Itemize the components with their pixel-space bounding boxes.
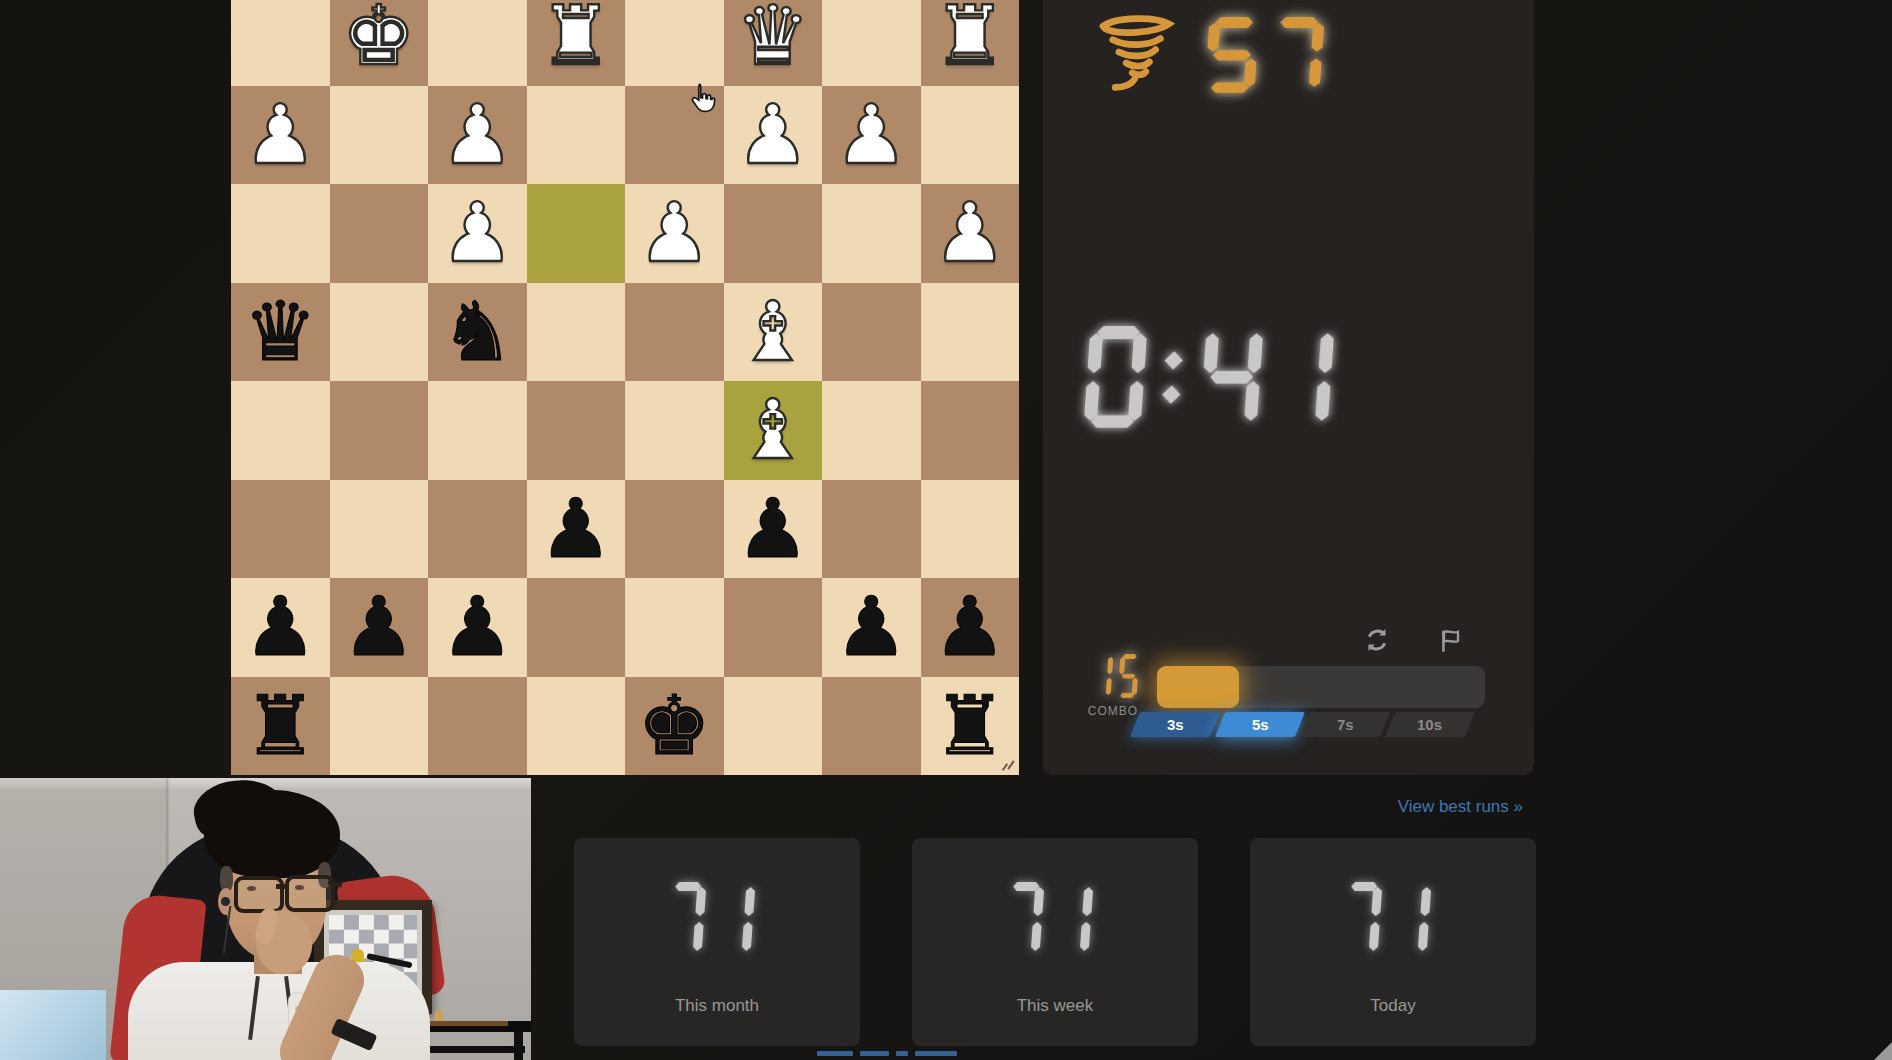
storm-sidebar: COMBO 3s5s7s10s	[1043, 0, 1534, 775]
square-f2[interactable]: ♟	[428, 86, 527, 185]
combo-label: COMBO	[1083, 704, 1143, 718]
square-h4[interactable]: ♛	[231, 283, 330, 382]
combo-progress-fill	[1157, 666, 1239, 708]
combo-progress-bar	[1157, 666, 1485, 708]
square-b8[interactable]	[822, 677, 921, 776]
board-resize-handle[interactable]	[1000, 756, 1016, 772]
square-a6[interactable]	[921, 480, 1020, 579]
stat-month-value	[665, 882, 768, 956]
square-g5[interactable]	[330, 381, 429, 480]
white-bishop-c5[interactable]: ♝	[724, 381, 823, 480]
white-pawn-h2[interactable]: ♟	[231, 86, 330, 185]
square-b2[interactable]: ♟	[822, 86, 921, 185]
square-b5[interactable]	[822, 381, 921, 480]
square-b4[interactable]	[822, 283, 921, 382]
stat-today-value	[1341, 882, 1444, 956]
combo-stage-row: 3s5s7s10s	[1135, 712, 1470, 737]
square-a4[interactable]	[921, 283, 1020, 382]
black-pawn-b7[interactable]: ♟	[822, 578, 921, 677]
white-rook-e1[interactable]: ♜	[527, 0, 626, 86]
square-g4[interactable]	[330, 283, 429, 382]
stat-month-label: This month	[574, 996, 860, 1016]
square-f8[interactable]	[428, 677, 527, 776]
stat-week-label: This week	[912, 996, 1198, 1016]
square-d6[interactable]	[625, 480, 724, 579]
square-e5[interactable]	[527, 381, 626, 480]
square-b7[interactable]: ♟	[822, 578, 921, 677]
square-d7[interactable]	[625, 578, 724, 677]
square-c7[interactable]	[724, 578, 823, 677]
square-c8[interactable]	[724, 677, 823, 776]
square-c6[interactable]: ♟	[724, 480, 823, 579]
white-king-g1[interactable]: ♚	[330, 0, 429, 86]
square-g3[interactable]	[330, 184, 429, 283]
stat-today-label: Today	[1250, 996, 1536, 1016]
black-rook-h8[interactable]: ♜	[231, 677, 330, 776]
black-queen-h4[interactable]: ♛	[231, 283, 330, 382]
square-d5[interactable]	[625, 381, 724, 480]
square-e6[interactable]: ♟	[527, 480, 626, 579]
black-knight-f4[interactable]: ♞	[428, 283, 527, 382]
screen-glow	[0, 990, 106, 1060]
white-queen-c1[interactable]: ♛	[724, 0, 823, 86]
refresh-icon[interactable]	[1363, 626, 1391, 654]
square-h6[interactable]	[231, 480, 330, 579]
white-pawn-a3[interactable]: ♟	[921, 184, 1020, 283]
puzzle-storm-page: ♚♜♛♜♟♟♟♟♟♟♟♛♞♝♝♟♟♟♟♟♟♟♜♚♜	[0, 0, 1892, 1060]
combo-stage-5s: 5s	[1215, 712, 1305, 737]
square-h5[interactable]	[231, 381, 330, 480]
square-f4[interactable]: ♞	[428, 283, 527, 382]
person-shirt	[128, 962, 430, 1060]
square-d1[interactable]	[625, 0, 724, 86]
white-pawn-d3[interactable]: ♟	[625, 184, 724, 283]
stat-box-month: This month	[574, 838, 860, 1046]
combo-stage-3s: 3s	[1130, 712, 1220, 737]
square-c4[interactable]: ♝	[724, 283, 823, 382]
white-pawn-c2[interactable]: ♟	[724, 86, 823, 185]
square-f6[interactable]	[428, 480, 527, 579]
black-pawn-f7[interactable]: ♟	[428, 578, 527, 677]
black-pawn-a7[interactable]: ♟	[921, 578, 1020, 677]
square-a3[interactable]: ♟	[921, 184, 1020, 283]
square-c2[interactable]: ♟	[724, 86, 823, 185]
square-a2[interactable]	[921, 86, 1020, 185]
square-h8[interactable]: ♜	[231, 677, 330, 776]
square-g2[interactable]	[330, 86, 429, 185]
square-h3[interactable]	[231, 184, 330, 283]
page-resize-corner[interactable]	[1874, 1042, 1892, 1060]
black-pawn-c6[interactable]: ♟	[724, 480, 823, 579]
combo-counter	[1091, 654, 1146, 698]
square-e2[interactable]	[527, 86, 626, 185]
square-c5[interactable]: ♝	[724, 381, 823, 480]
square-g7[interactable]: ♟	[330, 578, 429, 677]
flag-icon[interactable]	[1437, 626, 1465, 654]
square-e1[interactable]: ♜	[527, 0, 626, 86]
stat-box-today: Today	[1250, 838, 1536, 1046]
square-d8[interactable]: ♚	[625, 677, 724, 776]
square-f3[interactable]: ♟	[428, 184, 527, 283]
square-g1[interactable]: ♚	[330, 0, 429, 86]
white-bishop-c4[interactable]: ♝	[724, 283, 823, 382]
square-g8[interactable]	[330, 677, 429, 776]
storm-clock	[1083, 326, 1348, 428]
black-pawn-h7[interactable]: ♟	[231, 578, 330, 677]
square-e4[interactable]	[527, 283, 626, 382]
white-rook-a1[interactable]: ♜	[921, 0, 1020, 86]
mouse-cursor-hand-icon	[686, 82, 716, 116]
glasses-left-lens	[234, 876, 284, 913]
square-e7[interactable]	[527, 578, 626, 677]
webcam-feed	[0, 778, 531, 1060]
square-h7[interactable]: ♟	[231, 578, 330, 677]
square-b3[interactable]	[822, 184, 921, 283]
square-d4[interactable]	[625, 283, 724, 382]
square-c1[interactable]: ♛	[724, 0, 823, 86]
square-b6[interactable]	[822, 480, 921, 579]
square-a7[interactable]: ♟	[921, 578, 1020, 677]
square-e3[interactable]	[527, 184, 626, 283]
clipped-link-fragment[interactable]	[817, 1051, 957, 1060]
square-f1[interactable]	[428, 0, 527, 86]
earbud	[221, 897, 230, 906]
black-pawn-e6[interactable]: ♟	[527, 480, 626, 579]
view-best-runs-link[interactable]: View best runs »	[1190, 797, 1523, 817]
glasses-bridge	[276, 884, 287, 889]
square-e8[interactable]	[527, 677, 626, 776]
stat-week-value	[1003, 882, 1106, 956]
square-h2[interactable]: ♟	[231, 86, 330, 185]
square-d3[interactable]: ♟	[625, 184, 724, 283]
white-pawn-f2[interactable]: ♟	[428, 86, 527, 185]
combo-stage-7s: 7s	[1300, 712, 1390, 737]
square-h1[interactable]	[231, 0, 330, 86]
stat-box-week: This week	[912, 838, 1198, 1046]
white-pawn-b2[interactable]: ♟	[822, 86, 921, 185]
square-f7[interactable]: ♟	[428, 578, 527, 677]
black-king-d8[interactable]: ♚	[625, 677, 724, 776]
chess-board[interactable]: ♚♜♛♜♟♟♟♟♟♟♟♛♞♝♝♟♟♟♟♟♟♟♜♚♜	[231, 0, 1019, 775]
square-a5[interactable]	[921, 381, 1020, 480]
square-f5[interactable]	[428, 381, 527, 480]
square-a1[interactable]: ♜	[921, 0, 1020, 86]
square-b1[interactable]	[822, 0, 921, 86]
square-c3[interactable]	[724, 184, 823, 283]
square-g6[interactable]	[330, 480, 429, 579]
storm-tornado-icon	[1089, 8, 1183, 96]
combo-stage-10s: 10s	[1385, 712, 1475, 737]
white-pawn-f3[interactable]: ♟	[428, 184, 527, 283]
black-pawn-g7[interactable]: ♟	[330, 578, 429, 677]
storm-score	[1204, 17, 1339, 93]
